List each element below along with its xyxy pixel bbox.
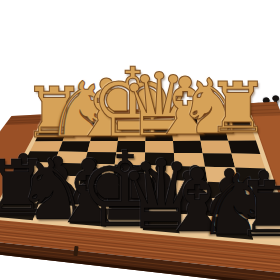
- chess-set-photo: ♜♞♝♚♛♝♞♜♜♞♝♚♛♝♞♜♟♟♟♟♟♟♟♟♛♝: [0, 0, 280, 280]
- piece-black-rook-a8: ♜: [235, 172, 280, 249]
- piece-white-rook-a1: ♜: [206, 73, 269, 143]
